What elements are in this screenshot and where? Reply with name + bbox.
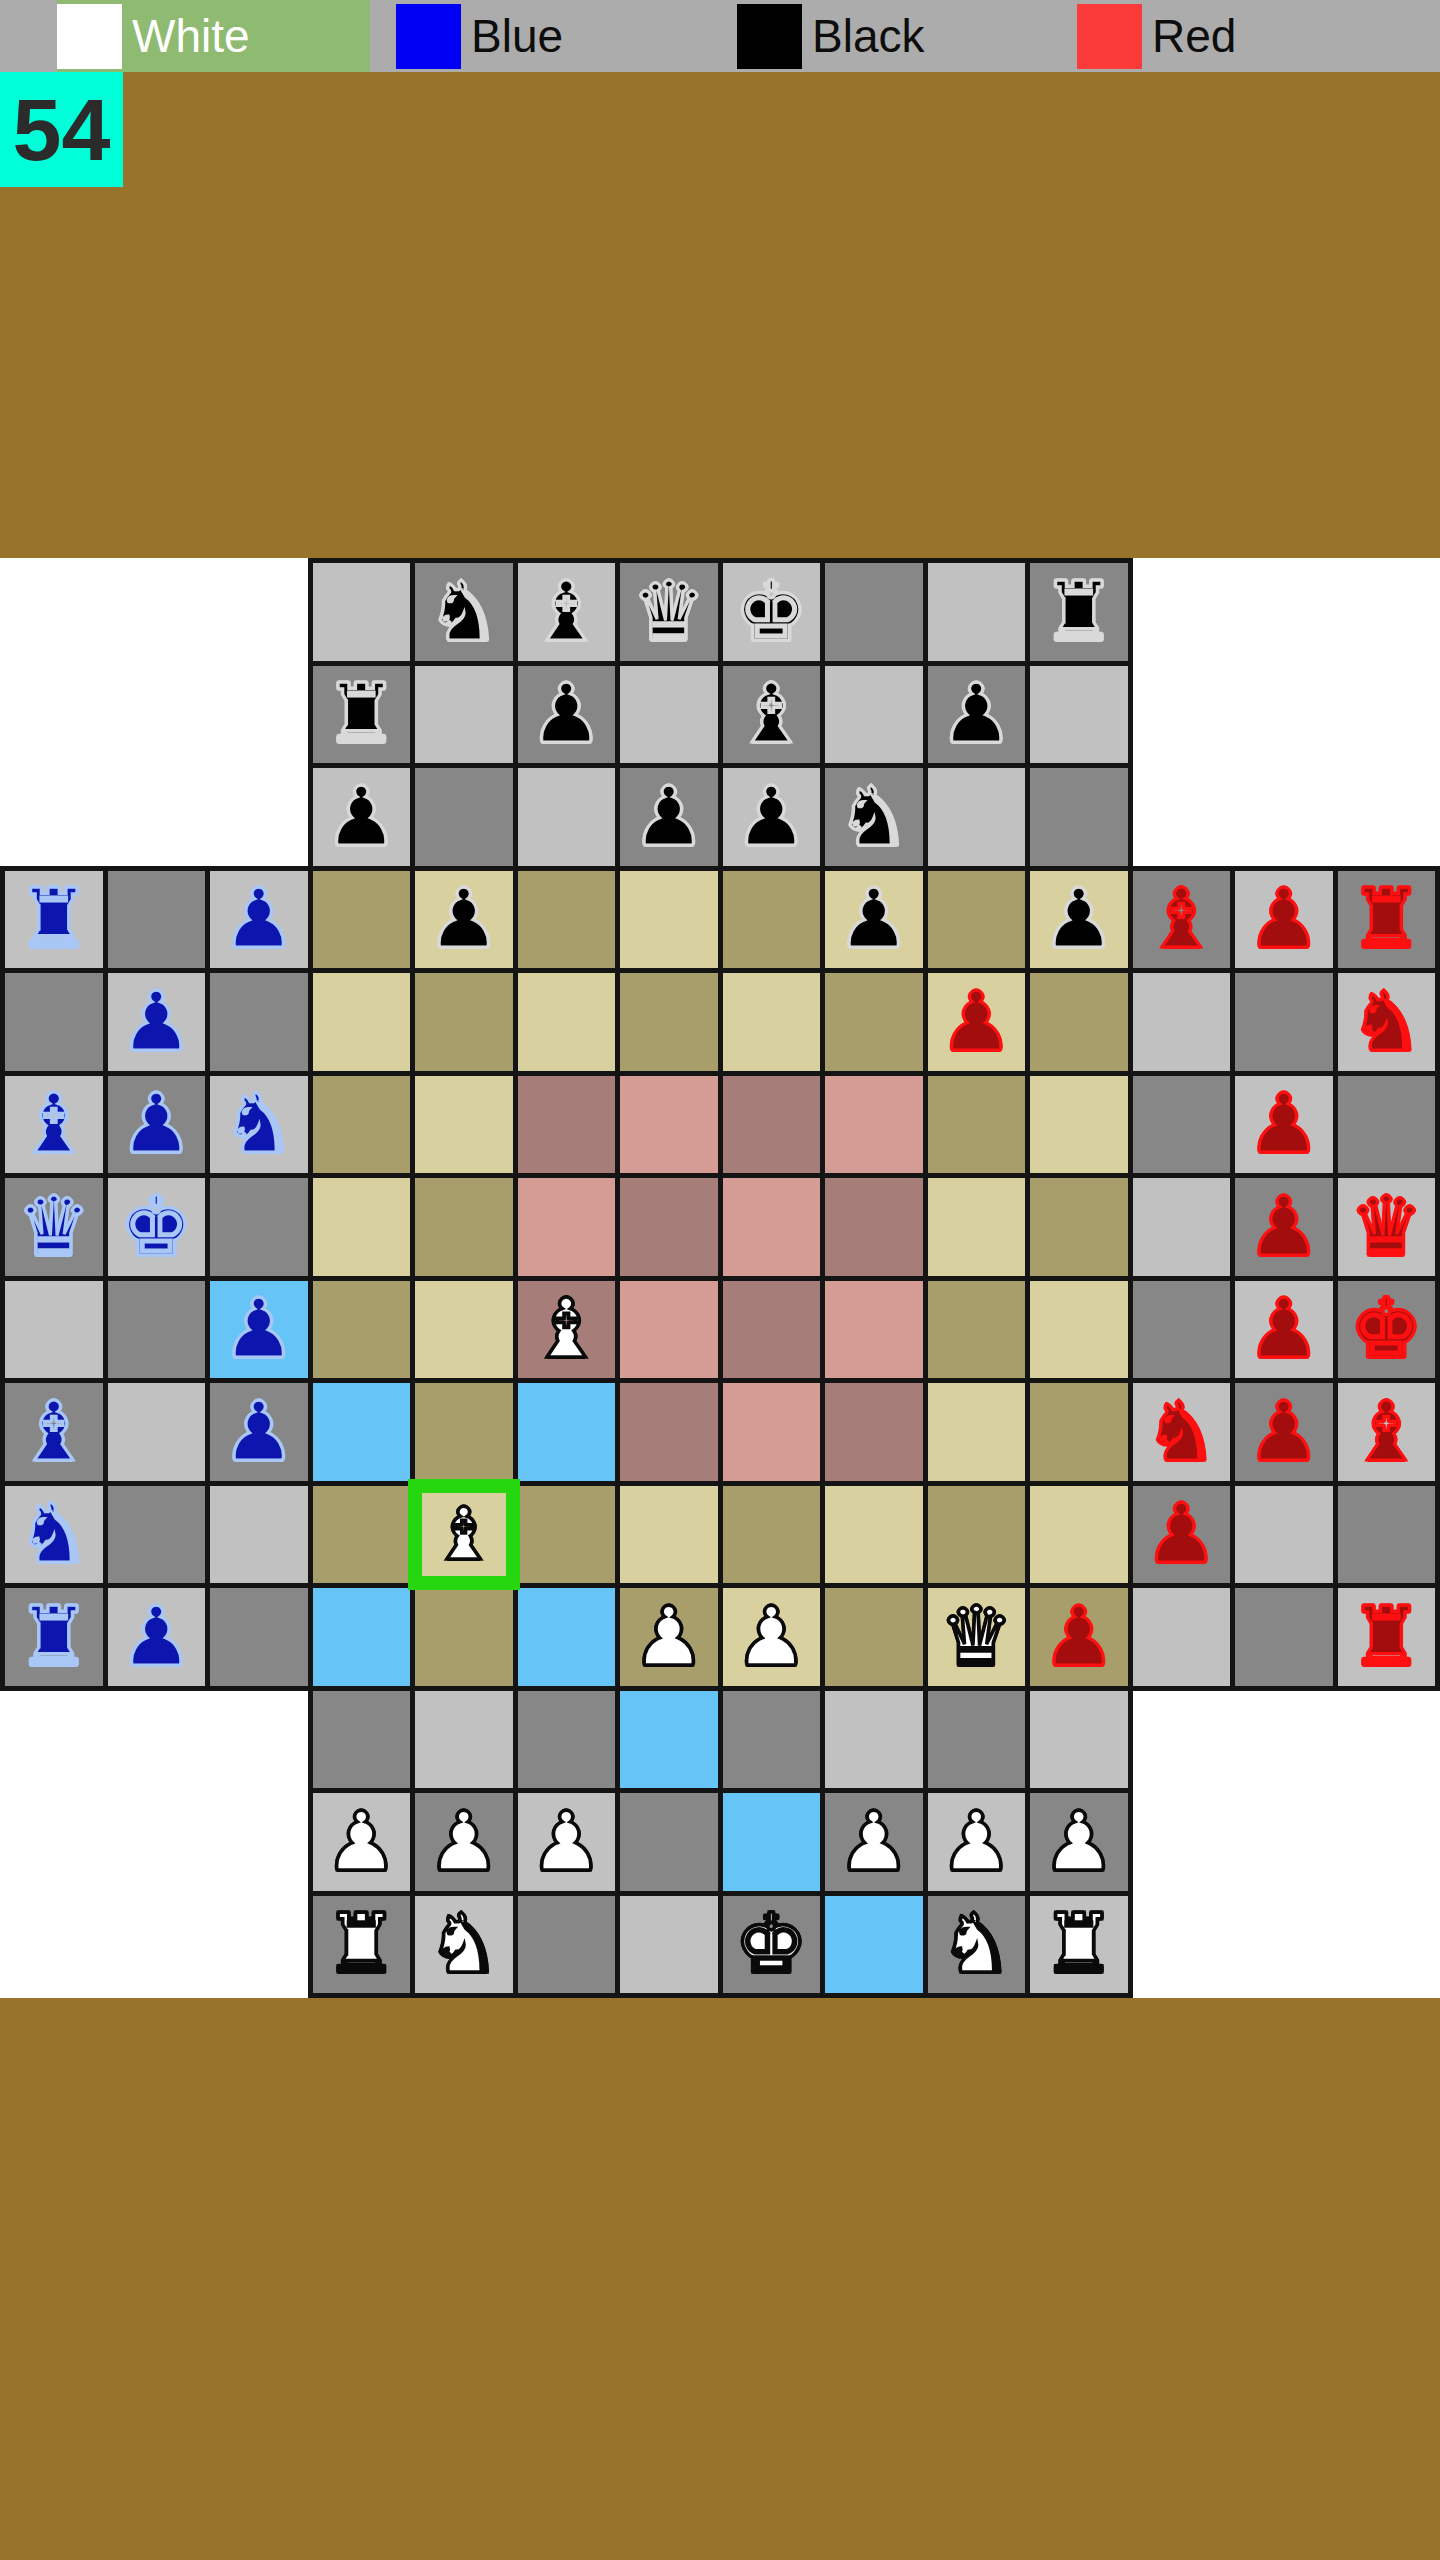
black-queen: ♛ xyxy=(632,571,706,653)
square-r5-c4[interactable] xyxy=(313,973,411,1071)
square-r13-c4[interactable]: ♟ xyxy=(313,1793,411,1891)
square-r2-c10[interactable]: ♟ xyxy=(928,666,1026,764)
white-pawn: ♟ xyxy=(734,1596,808,1678)
square-r8-c9[interactable] xyxy=(825,1281,923,1379)
square-r1-c8[interactable]: ♚ xyxy=(723,563,821,661)
square-r12-c7[interactable] xyxy=(620,1691,718,1789)
red-queen: ♛ xyxy=(1349,1186,1423,1268)
white-rook: ♜ xyxy=(1042,1903,1116,1985)
white-pawn: ♟ xyxy=(837,1801,911,1883)
black-pawn: ♟ xyxy=(939,673,1013,755)
square-r10-c9[interactable] xyxy=(825,1486,923,1584)
square-r5-c2[interactable]: ♟ xyxy=(108,973,206,1071)
black-king: ♚ xyxy=(734,571,808,653)
blue-color-swatch xyxy=(396,4,461,69)
blue-rook: ♜ xyxy=(17,1596,91,1678)
square-r6-c7[interactable] xyxy=(620,1076,718,1174)
square-r2-c8[interactable]: ♝ xyxy=(723,666,821,764)
blue-pawn: ♟ xyxy=(222,1288,296,1370)
square-r4-c8[interactable] xyxy=(723,871,821,969)
player-black: Black xyxy=(737,0,1050,72)
white-rook: ♜ xyxy=(324,1903,398,1985)
square-r2-c6[interactable]: ♟ xyxy=(518,666,616,764)
square-r7-c4[interactable] xyxy=(313,1178,411,1276)
square-r10-c1[interactable]: ♞ xyxy=(5,1486,103,1584)
square-r8-c3[interactable]: ♟ xyxy=(210,1281,308,1379)
square-r9-c2[interactable] xyxy=(108,1383,206,1481)
square-r1-c11[interactable]: ♜ xyxy=(1030,563,1128,661)
square-r12-c6[interactable] xyxy=(518,1691,616,1789)
square-r5-c7[interactable] xyxy=(620,973,718,1071)
red-pawn: ♟ xyxy=(1247,1186,1321,1268)
player-blue: Blue xyxy=(396,0,709,72)
player-turn-bar: White Blue Black Red xyxy=(0,0,1440,72)
square-r7-c12[interactable] xyxy=(1133,1178,1231,1276)
square-r4-c13[interactable]: ♟ xyxy=(1235,871,1333,969)
app-root: White Blue Black Red 54 ♞♝♛♚♜♜♟♝♟♟♟♟♞♜♟♟… xyxy=(0,0,1440,2560)
square-r8-c12[interactable] xyxy=(1133,1281,1231,1379)
blue-bishop: ♝ xyxy=(17,1083,91,1165)
square-r8-c10[interactable] xyxy=(928,1281,1026,1379)
square-r11-c3[interactable] xyxy=(210,1588,308,1686)
square-r12-c8[interactable] xyxy=(723,1691,821,1789)
red-bishop: ♝ xyxy=(1349,1391,1423,1473)
square-r7-c5[interactable] xyxy=(415,1178,513,1276)
black-pawn: ♟ xyxy=(427,878,501,960)
square-r10-c6[interactable] xyxy=(518,1486,616,1584)
red-pawn: ♟ xyxy=(1042,1596,1116,1678)
square-r3-c7[interactable]: ♟ xyxy=(620,768,718,866)
black-knight: ♞ xyxy=(837,776,911,858)
square-r13-c11[interactable]: ♟ xyxy=(1030,1793,1128,1891)
square-r6-c9[interactable] xyxy=(825,1076,923,1174)
black-knight: ♞ xyxy=(427,571,501,653)
square-r9-c9[interactable] xyxy=(825,1383,923,1481)
square-r12-c4[interactable] xyxy=(313,1691,411,1789)
red-pawn: ♟ xyxy=(1247,1083,1321,1165)
square-r6-c8[interactable] xyxy=(723,1076,821,1174)
square-r9-c7[interactable] xyxy=(620,1383,718,1481)
square-r11-c10[interactable]: ♛ xyxy=(928,1588,1026,1686)
square-r12-c9[interactable] xyxy=(825,1691,923,1789)
square-r4-c4[interactable] xyxy=(313,871,411,969)
square-r6-c2[interactable]: ♟ xyxy=(108,1076,206,1174)
square-r5-c3[interactable] xyxy=(210,973,308,1071)
black-pawn: ♟ xyxy=(734,776,808,858)
board-corner-cutout-top-right xyxy=(1133,558,1440,866)
square-r5-c10[interactable]: ♟ xyxy=(928,973,1026,1071)
blue-knight: ♞ xyxy=(17,1493,91,1575)
square-r10-c4[interactable] xyxy=(313,1486,411,1584)
square-r6-c14[interactable] xyxy=(1338,1076,1436,1174)
black-pawn: ♟ xyxy=(837,878,911,960)
white-pawn: ♟ xyxy=(939,1801,1013,1883)
red-rook: ♜ xyxy=(1349,878,1423,960)
square-r11-c5[interactable] xyxy=(415,1588,513,1686)
move-counter-value: 54 xyxy=(13,79,111,181)
square-r11-c7[interactable]: ♟ xyxy=(620,1588,718,1686)
square-r2-c11[interactable] xyxy=(1030,666,1128,764)
white-knight: ♞ xyxy=(427,1903,501,1985)
square-r6-c4[interactable] xyxy=(313,1076,411,1174)
square-r3-c4[interactable]: ♟ xyxy=(313,768,411,866)
square-r4-c3[interactable]: ♟ xyxy=(210,871,308,969)
square-r13-c8[interactable] xyxy=(723,1793,821,1891)
square-r14-c5[interactable]: ♞ xyxy=(415,1896,513,1994)
square-r9-c13[interactable]: ♟ xyxy=(1235,1383,1333,1481)
square-r8-c4[interactable] xyxy=(313,1281,411,1379)
square-r9-c6[interactable] xyxy=(518,1383,616,1481)
square-r7-c9[interactable] xyxy=(825,1178,923,1276)
player-red-label: Red xyxy=(1142,9,1236,63)
square-r6-c12[interactable] xyxy=(1133,1076,1231,1174)
white-knight: ♞ xyxy=(939,1903,1013,1985)
red-king: ♚ xyxy=(1349,1288,1423,1370)
square-r4-c5[interactable]: ♟ xyxy=(415,871,513,969)
square-r7-c11[interactable] xyxy=(1030,1178,1128,1276)
red-pawn: ♟ xyxy=(1144,1493,1218,1575)
square-r9-c3[interactable]: ♟ xyxy=(210,1383,308,1481)
square-r1-c10[interactable] xyxy=(928,563,1026,661)
square-r14-c7[interactable] xyxy=(620,1896,718,1994)
square-r10-c13[interactable] xyxy=(1235,1486,1333,1584)
square-r14-c11[interactable]: ♜ xyxy=(1030,1896,1128,1994)
white-pawn: ♟ xyxy=(1042,1801,1116,1883)
square-r9-c8[interactable] xyxy=(723,1383,821,1481)
square-r7-c6[interactable] xyxy=(518,1178,616,1276)
black-color-swatch xyxy=(737,4,802,69)
blue-pawn: ♟ xyxy=(119,1596,193,1678)
white-pawn: ♟ xyxy=(632,1596,706,1678)
red-pawn: ♟ xyxy=(939,981,1013,1063)
square-r12-c10[interactable] xyxy=(928,1691,1026,1789)
square-r4-c12[interactable]: ♝ xyxy=(1133,871,1231,969)
player-white: White xyxy=(57,0,370,72)
square-r5-c13[interactable] xyxy=(1235,973,1333,1071)
square-r11-c11[interactable]: ♟ xyxy=(1030,1588,1128,1686)
square-r4-c14[interactable]: ♜ xyxy=(1338,871,1436,969)
square-r13-c6[interactable]: ♟ xyxy=(518,1793,616,1891)
red-color-swatch xyxy=(1077,4,1142,69)
square-r11-c1[interactable]: ♜ xyxy=(5,1588,103,1686)
white-queen: ♛ xyxy=(939,1596,1013,1678)
chess-board: ♞♝♛♚♜♜♟♝♟♟♟♟♞♜♟♟♟♟♝♟♜♟♟♞♝♟♞♟♛♚♟♛♟♝♟♚♝♟♞♟… xyxy=(0,558,1440,1998)
square-r1-c5[interactable]: ♞ xyxy=(415,563,513,661)
red-rook: ♜ xyxy=(1349,1596,1423,1678)
white-pawn: ♟ xyxy=(427,1801,501,1883)
square-r11-c2[interactable]: ♟ xyxy=(108,1588,206,1686)
square-r2-c5[interactable] xyxy=(415,666,513,764)
black-bishop: ♝ xyxy=(734,673,808,755)
player-white-label: White xyxy=(122,9,250,63)
square-r10-c2[interactable] xyxy=(108,1486,206,1584)
square-r6-c3[interactable]: ♞ xyxy=(210,1076,308,1174)
black-rook: ♜ xyxy=(324,673,398,755)
square-r5-c5[interactable] xyxy=(415,973,513,1071)
square-r1-c4[interactable] xyxy=(313,563,411,661)
square-r5-c11[interactable] xyxy=(1030,973,1128,1071)
square-r11-c12[interactable] xyxy=(1133,1588,1231,1686)
square-r5-c6[interactable] xyxy=(518,973,616,1071)
player-black-label: Black xyxy=(802,9,924,63)
white-bishop: ♝ xyxy=(431,1498,496,1570)
square-r6-c10[interactable] xyxy=(928,1076,1026,1174)
square-r6-c13[interactable]: ♟ xyxy=(1235,1076,1333,1174)
square-r10-c12[interactable]: ♟ xyxy=(1133,1486,1231,1584)
square-r8-c13[interactable]: ♟ xyxy=(1235,1281,1333,1379)
square-r11-c14[interactable]: ♜ xyxy=(1338,1588,1436,1686)
square-r13-c9[interactable]: ♟ xyxy=(825,1793,923,1891)
square-r7-c1[interactable]: ♛ xyxy=(5,1178,103,1276)
square-r2-c7[interactable] xyxy=(620,666,718,764)
square-r9-c12[interactable]: ♞ xyxy=(1133,1383,1231,1481)
square-r7-c2[interactable]: ♚ xyxy=(108,1178,206,1276)
black-pawn: ♟ xyxy=(529,673,603,755)
square-r8-c2[interactable] xyxy=(108,1281,206,1379)
player-blue-label: Blue xyxy=(461,9,563,63)
square-r3-c8[interactable]: ♟ xyxy=(723,768,821,866)
square-r7-c7[interactable] xyxy=(620,1178,718,1276)
square-r5-c9[interactable] xyxy=(825,973,923,1071)
square-r10-c10[interactable] xyxy=(928,1486,1026,1584)
square-r14-c6[interactable] xyxy=(518,1896,616,1994)
blue-pawn: ♟ xyxy=(222,878,296,960)
square-r12-c11[interactable] xyxy=(1030,1691,1128,1789)
red-pawn: ♟ xyxy=(1247,1288,1321,1370)
square-r9-c11[interactable] xyxy=(1030,1383,1128,1481)
square-r2-c4[interactable]: ♜ xyxy=(313,666,411,764)
square-r1-c7[interactable]: ♛ xyxy=(620,563,718,661)
square-r7-c3[interactable] xyxy=(210,1178,308,1276)
square-r5-c1[interactable] xyxy=(5,973,103,1071)
black-pawn: ♟ xyxy=(632,776,706,858)
white-pawn: ♟ xyxy=(529,1801,603,1883)
square-r14-c8[interactable]: ♚ xyxy=(723,1896,821,1994)
board-corner-cutout-bottom-left xyxy=(0,1691,308,1999)
square-r9-c1[interactable]: ♝ xyxy=(5,1383,103,1481)
board-corner-cutout-top-left xyxy=(0,558,308,866)
square-r4-c1[interactable]: ♜ xyxy=(5,871,103,969)
black-pawn: ♟ xyxy=(1042,878,1116,960)
square-r12-c5[interactable] xyxy=(415,1691,513,1789)
square-r2-c9[interactable] xyxy=(825,666,923,764)
square-r8-c14[interactable]: ♚ xyxy=(1338,1281,1436,1379)
square-r3-c9[interactable]: ♞ xyxy=(825,768,923,866)
blue-pawn: ♟ xyxy=(119,1083,193,1165)
square-r8-c5[interactable] xyxy=(415,1281,513,1379)
blue-rook: ♜ xyxy=(17,878,91,960)
square-r8-c1[interactable] xyxy=(5,1281,103,1379)
black-rook: ♜ xyxy=(1042,571,1116,653)
square-r7-c13[interactable]: ♟ xyxy=(1235,1178,1333,1276)
square-r3-c6[interactable] xyxy=(518,768,616,866)
square-r11-c4[interactable] xyxy=(313,1588,411,1686)
square-r10-c7[interactable] xyxy=(620,1486,718,1584)
square-r9-c5[interactable] xyxy=(415,1383,513,1481)
square-r10-c11[interactable] xyxy=(1030,1486,1128,1584)
square-r9-c4[interactable] xyxy=(313,1383,411,1481)
square-r8-c7[interactable] xyxy=(620,1281,718,1379)
black-pawn: ♟ xyxy=(324,776,398,858)
square-r11-c8[interactable]: ♟ xyxy=(723,1588,821,1686)
square-r13-c5[interactable]: ♟ xyxy=(415,1793,513,1891)
red-bishop: ♝ xyxy=(1144,878,1218,960)
white-color-swatch xyxy=(57,4,122,69)
blue-knight: ♞ xyxy=(222,1083,296,1165)
square-r10-c3[interactable] xyxy=(210,1486,308,1584)
blue-king: ♚ xyxy=(119,1186,193,1268)
square-r8-c6[interactable]: ♝ xyxy=(518,1281,616,1379)
square-r11-c6[interactable] xyxy=(518,1588,616,1686)
square-r9-c10[interactable] xyxy=(928,1383,1026,1481)
square-r7-c10[interactable] xyxy=(928,1178,1026,1276)
square-r10-c8[interactable] xyxy=(723,1486,821,1584)
square-r6-c5[interactable] xyxy=(415,1076,513,1174)
red-knight: ♞ xyxy=(1349,981,1423,1063)
square-r5-c8[interactable] xyxy=(723,973,821,1071)
red-pawn: ♟ xyxy=(1247,878,1321,960)
square-r5-c12[interactable] xyxy=(1133,973,1231,1071)
square-r3-c10[interactable] xyxy=(928,768,1026,866)
square-r4-c7[interactable] xyxy=(620,871,718,969)
white-pawn: ♟ xyxy=(324,1801,398,1883)
blue-pawn: ♟ xyxy=(222,1391,296,1473)
square-r14-c10[interactable]: ♞ xyxy=(928,1896,1026,1994)
square-r8-c8[interactable] xyxy=(723,1281,821,1379)
square-r7-c14[interactable]: ♛ xyxy=(1338,1178,1436,1276)
square-r4-c10[interactable] xyxy=(928,871,1026,969)
square-r4-c11[interactable]: ♟ xyxy=(1030,871,1128,969)
square-r7-c8[interactable] xyxy=(723,1178,821,1276)
square-r13-c10[interactable]: ♟ xyxy=(928,1793,1026,1891)
black-bishop: ♝ xyxy=(529,571,603,653)
square-r4-c9[interactable]: ♟ xyxy=(825,871,923,969)
square-r14-c9[interactable] xyxy=(825,1896,923,1994)
square-r3-c5[interactable] xyxy=(415,768,513,866)
square-r4-c2[interactable] xyxy=(108,871,206,969)
square-r11-c9[interactable] xyxy=(825,1588,923,1686)
blue-bishop: ♝ xyxy=(17,1391,91,1473)
move-counter: 54 xyxy=(0,72,123,187)
square-r4-c6[interactable] xyxy=(518,871,616,969)
square-r6-c1[interactable]: ♝ xyxy=(5,1076,103,1174)
red-pawn: ♟ xyxy=(1247,1391,1321,1473)
square-r11-c13[interactable] xyxy=(1235,1588,1333,1686)
square-r9-c14[interactable]: ♝ xyxy=(1338,1383,1436,1481)
board-corner-cutout-bottom-right xyxy=(1133,1691,1440,1999)
red-knight: ♞ xyxy=(1144,1391,1218,1473)
square-r14-c4[interactable]: ♜ xyxy=(313,1896,411,1994)
square-r10-c14[interactable] xyxy=(1338,1486,1436,1584)
square-r6-c6[interactable] xyxy=(518,1076,616,1174)
square-r5-c14[interactable]: ♞ xyxy=(1338,973,1436,1071)
square-r13-c7[interactable] xyxy=(620,1793,718,1891)
white-king: ♚ xyxy=(734,1903,808,1985)
square-r1-c9[interactable] xyxy=(825,563,923,661)
blue-queen: ♛ xyxy=(17,1186,91,1268)
square-r10-c5[interactable]: ♝ xyxy=(408,1479,520,1591)
square-r6-c11[interactable] xyxy=(1030,1076,1128,1174)
white-bishop: ♝ xyxy=(529,1288,603,1370)
square-r3-c11[interactable] xyxy=(1030,768,1128,866)
square-r8-c11[interactable] xyxy=(1030,1281,1128,1379)
blue-pawn: ♟ xyxy=(119,981,193,1063)
square-r1-c6[interactable]: ♝ xyxy=(518,563,616,661)
player-red: Red xyxy=(1077,0,1390,72)
